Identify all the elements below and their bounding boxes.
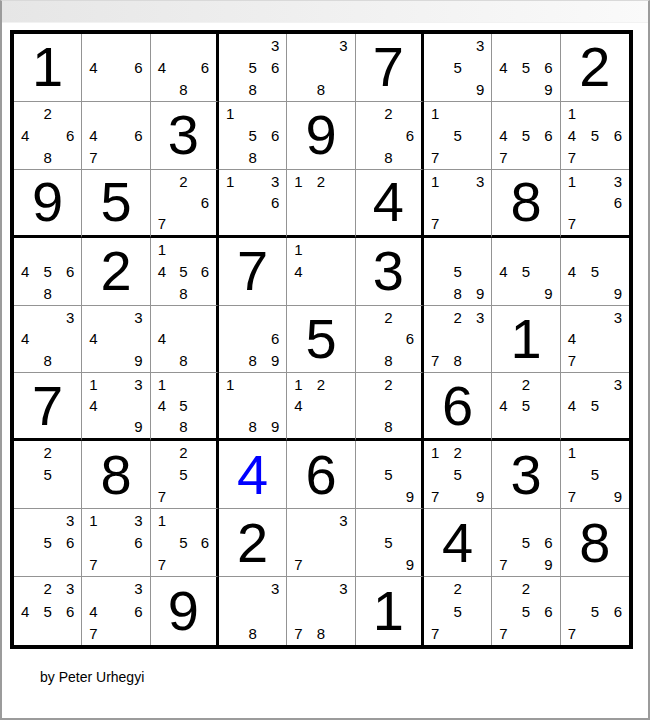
candidate-4: 4 [499,398,507,413]
given-digit: 8 [82,441,149,508]
candidate-2: 2 [453,445,461,460]
candidate-4: 4 [568,398,576,413]
given-digit: 3 [356,238,421,305]
candidate-2: 2 [317,174,325,189]
candidate-1: 1 [568,445,576,460]
candidate-5: 5 [453,128,461,143]
candidates: 4568 [21,242,74,301]
candidate-4: 4 [568,331,576,346]
cell-r9c7[interactable]: 257 [424,577,492,645]
given-digit: 4 [356,170,421,235]
candidates: 12 [294,174,347,231]
candidate-2: 2 [317,377,325,392]
candidate-7: 7 [499,557,507,572]
candidate-4: 4 [89,604,97,619]
cell-r3c3[interactable]: 267 [151,170,219,238]
candidate-3: 3 [476,310,484,325]
cell-r1c7[interactable]: 359 [424,34,492,102]
cell-r1c2[interactable]: 46 [82,34,150,102]
candidates: 468 [158,38,209,97]
cell-r7c9[interactable]: 1579 [561,441,629,509]
candidates: 38 [226,581,279,641]
candidate-7: 7 [568,216,576,231]
cell-r2c8[interactable]: 4567 [492,102,560,170]
candidate-7: 7 [294,557,302,572]
candidate-3: 3 [134,513,142,528]
candidates: 1579 [568,445,622,504]
cell-r4c1[interactable]: 4568 [14,238,82,306]
candidate-3: 3 [476,174,484,189]
candidate-7: 7 [431,489,439,504]
cell-r4c6[interactable]: 3 [356,238,424,306]
candidates: 4567 [499,106,552,165]
cell-r5c5[interactable]: 5 [287,306,355,374]
candidates: 48 [158,310,209,369]
candidate-9: 9 [544,82,552,97]
candidate-5: 5 [591,467,599,482]
candidate-1: 1 [431,174,439,189]
candidate-4: 4 [89,128,97,143]
candidate-1: 1 [158,242,166,257]
candidate-8: 8 [43,150,51,165]
cell-r3c9[interactable]: 1367 [561,170,629,238]
candidate-1: 1 [226,174,234,189]
candidates: 12579 [431,445,484,504]
candidate-9: 9 [544,286,552,301]
candidate-5: 5 [522,398,530,413]
cell-r8c8[interactable]: 5679 [492,509,560,577]
given-digit: 2 [82,238,149,305]
candidate-8: 8 [43,286,51,301]
cell-r3c8[interactable]: 8 [492,170,560,238]
candidates: 2468 [21,106,74,165]
candidate-6: 6 [544,604,552,619]
candidates: 245 [499,377,552,434]
cell-r2c5[interactable]: 9 [287,102,355,170]
candidate-9: 9 [134,419,142,434]
candidates: 124 [294,377,347,434]
candidate-5: 5 [591,264,599,279]
candidates: 257 [431,581,484,641]
cell-r2c6[interactable]: 268 [356,102,424,170]
cell-r5c8[interactable]: 1 [492,306,560,374]
cell-r2c1[interactable]: 2468 [14,102,82,170]
candidates: 2378 [431,310,484,369]
cell-r1c4[interactable]: 3568 [219,34,287,102]
cell-r4c5[interactable]: 14 [287,238,355,306]
entered-digit: 4 [219,441,286,508]
given-digit: 8 [561,509,629,576]
candidate-6: 6 [271,128,279,143]
cell-r7c7[interactable]: 12579 [424,441,492,509]
given-digit: 7 [356,34,421,101]
candidate-7: 7 [158,216,166,231]
candidates: 23456 [21,581,74,641]
candidate-5: 5 [453,60,461,75]
cell-r4c3[interactable]: 14568 [151,238,219,306]
cell-r7c1[interactable]: 25 [14,441,82,509]
cell-r5c4[interactable]: 689 [219,306,287,374]
candidate-3: 3 [339,581,347,596]
cell-r8c2[interactable]: 1367 [82,509,150,577]
candidate-7: 7 [568,626,576,641]
given-digit: 9 [14,170,81,235]
candidate-9: 9 [614,286,622,301]
candidate-7: 7 [568,150,576,165]
candidate-5: 5 [179,398,187,413]
candidate-5: 5 [591,128,599,143]
cell-r3c5[interactable]: 12 [287,170,355,238]
cell-r9c8[interactable]: 2567 [492,577,560,645]
cell-r7c4[interactable]: 4 [219,441,287,509]
candidate-7: 7 [431,626,439,641]
candidate-2: 2 [43,445,51,460]
candidate-3: 3 [614,310,622,325]
given-digit: 2 [561,34,629,101]
candidate-7: 7 [568,353,576,368]
candidates: 59 [363,445,414,504]
candidate-3: 3 [271,174,279,189]
cell-r9c3[interactable]: 9 [151,577,219,645]
candidate-5: 5 [43,604,51,619]
candidate-2: 2 [179,174,187,189]
cell-r9c9[interactable]: 567 [561,577,629,645]
candidate-1: 1 [89,513,97,528]
candidate-7: 7 [499,626,507,641]
top-bar [2,1,648,23]
candidate-3: 3 [271,581,279,596]
cell-r5c9[interactable]: 347 [561,306,629,374]
candidate-3: 3 [134,581,142,596]
candidate-3: 3 [339,38,347,53]
given-digit: 3 [492,441,559,508]
candidate-4: 4 [499,264,507,279]
candidate-1: 1 [226,106,234,121]
candidate-9: 9 [406,557,414,572]
cell-r7c5[interactable]: 6 [287,441,355,509]
cell-r6c1[interactable]: 7 [14,373,82,441]
candidate-4: 4 [89,331,97,346]
candidate-3: 3 [614,377,622,392]
cell-r9c1[interactable]: 23456 [14,577,82,645]
candidates: 37 [294,513,347,572]
cell-r4c7[interactable]: 589 [424,238,492,306]
cell-r7c2[interactable]: 8 [82,441,150,509]
candidate-2: 2 [179,445,187,460]
cell-r4c8[interactable]: 459 [492,238,560,306]
candidate-5: 5 [453,264,461,279]
candidate-1: 1 [158,377,166,392]
cell-r8c5[interactable]: 37 [287,509,355,577]
candidate-8: 8 [317,626,325,641]
candidate-6: 6 [134,535,142,550]
candidate-5: 5 [384,535,392,550]
candidate-6: 6 [201,264,209,279]
candidate-4: 4 [158,331,166,346]
candidate-9: 9 [134,353,142,368]
given-digit: 2 [219,509,286,576]
candidate-8: 8 [248,82,256,97]
candidate-8: 8 [43,353,51,368]
given-digit: 1 [356,577,421,645]
candidate-2: 2 [453,581,461,596]
candidates: 1367 [568,174,622,231]
candidate-8: 8 [248,150,256,165]
candidate-6: 6 [614,604,622,619]
candidates: 137 [431,174,484,231]
candidates: 1567 [158,513,209,572]
candidate-8: 8 [384,419,392,434]
cell-r1c6[interactable]: 7 [356,34,424,102]
candidate-6: 6 [66,264,74,279]
cell-r9c2[interactable]: 3467 [82,577,150,645]
given-digit: 5 [82,170,149,235]
cell-r5c6[interactable]: 268 [356,306,424,374]
cell-r6c2[interactable]: 1349 [82,373,150,441]
candidate-5: 5 [522,604,530,619]
candidate-5: 5 [43,535,51,550]
candidates: 2567 [499,581,552,641]
candidate-7: 7 [89,150,97,165]
cell-r7c3[interactable]: 257 [151,441,219,509]
candidate-9: 9 [614,489,622,504]
given-digit: 5 [287,306,354,373]
cell-r3c2[interactable]: 5 [82,170,150,238]
candidate-4: 4 [21,128,29,143]
candidate-6: 6 [134,128,142,143]
candidate-7: 7 [158,489,166,504]
candidates: 189 [226,377,279,434]
cell-r9c6[interactable]: 1 [356,577,424,645]
candidate-6: 6 [544,128,552,143]
candidate-6: 6 [201,60,209,75]
candidate-2: 2 [453,310,461,325]
candidate-8: 8 [179,353,187,368]
candidate-6: 6 [66,604,74,619]
candidate-7: 7 [158,557,166,572]
candidate-7: 7 [431,216,439,231]
cell-r3c7[interactable]: 137 [424,170,492,238]
candidate-4: 4 [294,398,302,413]
given-digit: 7 [219,238,286,305]
cell-r6c8[interactable]: 245 [492,373,560,441]
cell-r4c9[interactable]: 459 [561,238,629,306]
candidate-9: 9 [544,557,552,572]
candidate-4: 4 [499,60,507,75]
cell-r2c2[interactable]: 467 [82,102,150,170]
cell-r8c3[interactable]: 1567 [151,509,219,577]
candidate-5: 5 [384,467,392,482]
cell-r4c4[interactable]: 7 [219,238,287,306]
candidate-6: 6 [614,195,622,210]
candidate-5: 5 [179,535,187,550]
cell-r1c8[interactable]: 4569 [492,34,560,102]
candidate-7: 7 [499,150,507,165]
candidate-2: 2 [522,581,530,596]
cell-r1c5[interactable]: 38 [287,34,355,102]
candidate-6: 6 [544,60,552,75]
candidate-1: 1 [226,377,234,392]
cell-r5c1[interactable]: 348 [14,306,82,374]
cell-r1c9[interactable]: 2 [561,34,629,102]
candidates: 46 [89,38,142,97]
cell-r6c4[interactable]: 189 [219,373,287,441]
candidates: 1349 [89,377,142,434]
given-digit: 7 [14,373,81,438]
credit-text: by Peter Urhegyi [40,669,144,685]
candidates: 257 [158,445,209,504]
cell-r8c9[interactable]: 8 [561,509,629,577]
candidate-5: 5 [591,398,599,413]
candidate-4: 4 [21,604,29,619]
candidate-2: 2 [384,106,392,121]
candidate-8: 8 [453,353,461,368]
cell-r9c5[interactable]: 378 [287,577,355,645]
candidates: 459 [568,242,622,301]
cell-r6c5[interactable]: 124 [287,373,355,441]
cell-r3c6[interactable]: 4 [356,170,424,238]
candidate-6: 6 [271,60,279,75]
cell-r3c1[interactable]: 9 [14,170,82,238]
candidates: 589 [431,242,484,301]
candidate-7: 7 [568,489,576,504]
given-digit: 1 [14,34,81,101]
candidate-5: 5 [43,467,51,482]
given-digit: 4 [424,509,491,576]
candidate-1: 1 [294,174,302,189]
cell-r1c1[interactable]: 1 [14,34,82,102]
cell-r5c2[interactable]: 349 [82,306,150,374]
candidate-1: 1 [158,513,166,528]
cell-r1c3[interactable]: 468 [151,34,219,102]
candidate-3: 3 [66,581,74,596]
candidates: 1568 [226,106,279,165]
candidates: 136 [226,174,279,231]
cell-r2c9[interactable]: 14567 [561,102,629,170]
candidates: 567 [568,581,622,641]
candidates: 467 [89,106,142,165]
candidates: 348 [21,310,74,369]
candidate-6: 6 [271,195,279,210]
cell-r2c4[interactable]: 1568 [219,102,287,170]
candidate-9: 9 [406,489,414,504]
candidate-6: 6 [134,60,142,75]
candidate-6: 6 [406,128,414,143]
candidate-5: 5 [453,467,461,482]
candidate-7: 7 [294,626,302,641]
candidate-8: 8 [179,286,187,301]
candidate-6: 6 [271,331,279,346]
cell-r4c2[interactable]: 2 [82,238,150,306]
candidate-4: 4 [21,264,29,279]
candidate-6: 6 [66,535,74,550]
candidates: 14568 [158,242,209,301]
cell-r5c3[interactable]: 48 [151,306,219,374]
candidate-4: 4 [21,331,29,346]
cell-r5c7[interactable]: 2378 [424,306,492,374]
candidate-7: 7 [431,353,439,368]
candidates: 3568 [226,38,279,97]
candidate-1: 1 [568,174,576,189]
candidate-8: 8 [179,419,187,434]
candidates: 4569 [499,38,552,97]
candidate-9: 9 [271,353,279,368]
candidates: 3467 [89,581,142,641]
candidate-4: 4 [89,398,97,413]
candidates: 14567 [568,106,622,165]
candidate-2: 2 [43,106,51,121]
cell-r9c4[interactable]: 38 [219,577,287,645]
candidate-3: 3 [66,513,74,528]
candidate-5: 5 [522,128,530,143]
candidate-2: 2 [43,581,51,596]
cell-r6c9[interactable]: 345 [561,373,629,441]
cell-r3c4[interactable]: 136 [219,170,287,238]
cell-r7c8[interactable]: 3 [492,441,560,509]
candidate-8: 8 [179,82,187,97]
candidate-6: 6 [614,128,622,143]
candidate-4: 4 [158,264,166,279]
candidate-8: 8 [248,419,256,434]
candidate-6: 6 [544,535,552,550]
cell-r2c3[interactable]: 3 [151,102,219,170]
candidate-7: 7 [89,557,97,572]
candidate-2: 2 [384,377,392,392]
candidates: 359 [431,38,484,97]
candidate-5: 5 [453,604,461,619]
cell-r6c3[interactable]: 1458 [151,373,219,441]
candidate-7: 7 [431,150,439,165]
candidate-6: 6 [406,331,414,346]
candidate-8: 8 [453,286,461,301]
candidates: 38 [294,38,347,97]
candidates: 14 [294,242,347,301]
candidate-5: 5 [179,467,187,482]
cell-r6c7[interactable]: 6 [424,373,492,441]
candidate-9: 9 [476,82,484,97]
candidates: 1367 [89,513,142,572]
given-digit: 3 [151,102,216,169]
candidate-4: 4 [568,128,576,143]
given-digit: 9 [287,102,354,169]
candidate-1: 1 [431,445,439,460]
candidate-6: 6 [66,128,74,143]
candidate-4: 4 [568,264,576,279]
candidates: 347 [568,310,622,369]
cell-r6c6[interactable]: 28 [356,373,424,441]
candidate-5: 5 [248,60,256,75]
given-digit: 6 [424,373,491,438]
candidates: 378 [294,581,347,641]
candidate-5: 5 [522,264,530,279]
cell-r8c4[interactable]: 2 [219,509,287,577]
candidates: 349 [89,310,142,369]
sudoku-board: 1464683568387359456922468467315689268157… [10,30,633,649]
candidates: 267 [158,174,209,231]
cell-r7c6[interactable]: 59 [356,441,424,509]
candidate-4: 4 [294,264,302,279]
cell-r8c6[interactable]: 59 [356,509,424,577]
candidate-8: 8 [248,626,256,641]
candidate-2: 2 [384,310,392,325]
candidate-1: 1 [568,106,576,121]
cell-r2c7[interactable]: 157 [424,102,492,170]
candidate-3: 3 [66,310,74,325]
candidate-4: 4 [158,60,166,75]
candidate-1: 1 [89,377,97,392]
cell-r8c7[interactable]: 4 [424,509,492,577]
cell-r8c1[interactable]: 356 [14,509,82,577]
